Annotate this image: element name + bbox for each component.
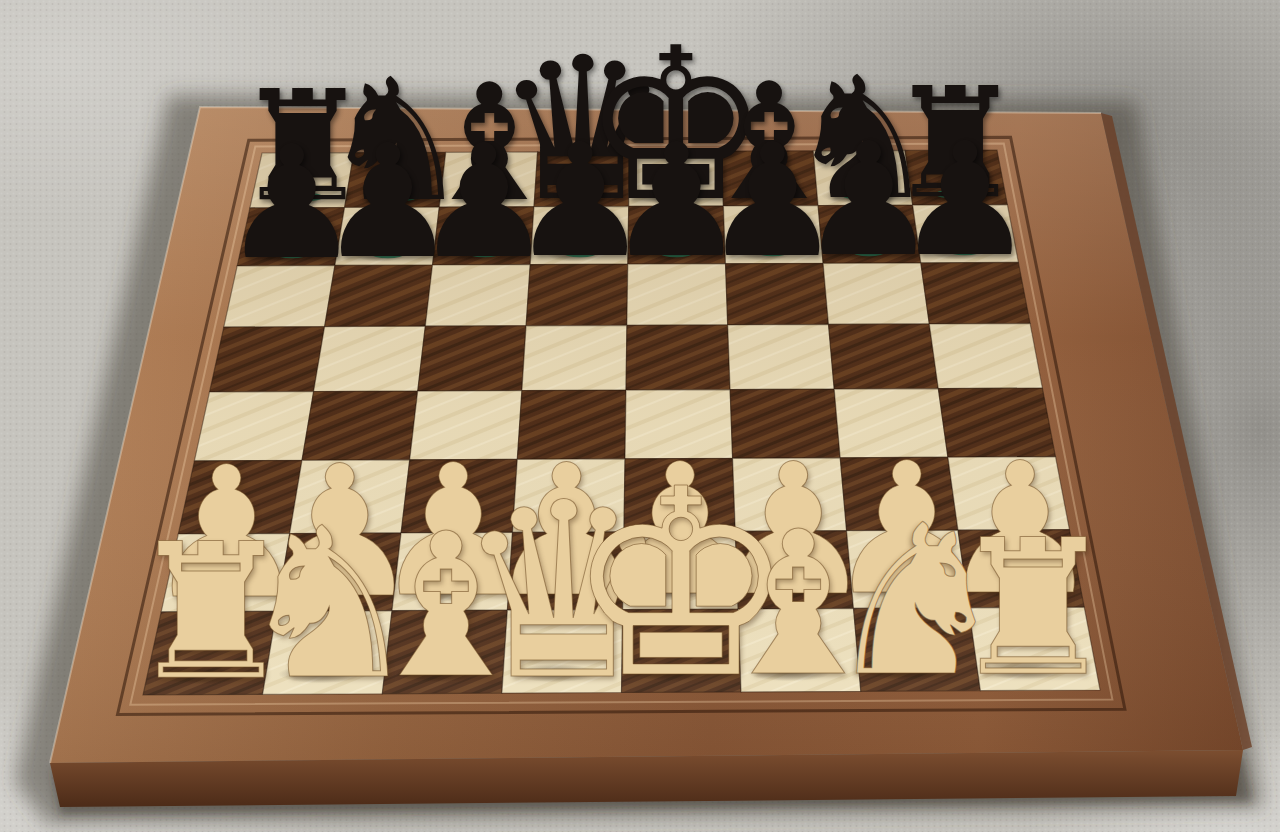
piece-white-rook-h1[interactable]: ♜	[949, 515, 1117, 702]
chess-photo-stage: ♜♞♝♛♚♝♞♜♟♟♟♟♟♟♟♟♟♟♟♟♟♟♟♟♜♞♝♛♚♝♞♜	[0, 0, 1280, 832]
pieces-layer: ♜♞♝♛♚♝♞♜♟♟♟♟♟♟♟♟♟♟♟♟♟♟♟♟♜♞♝♛♚♝♞♜	[0, 0, 1280, 832]
piece-black-pawn-h7[interactable]: ♟	[895, 122, 1035, 279]
